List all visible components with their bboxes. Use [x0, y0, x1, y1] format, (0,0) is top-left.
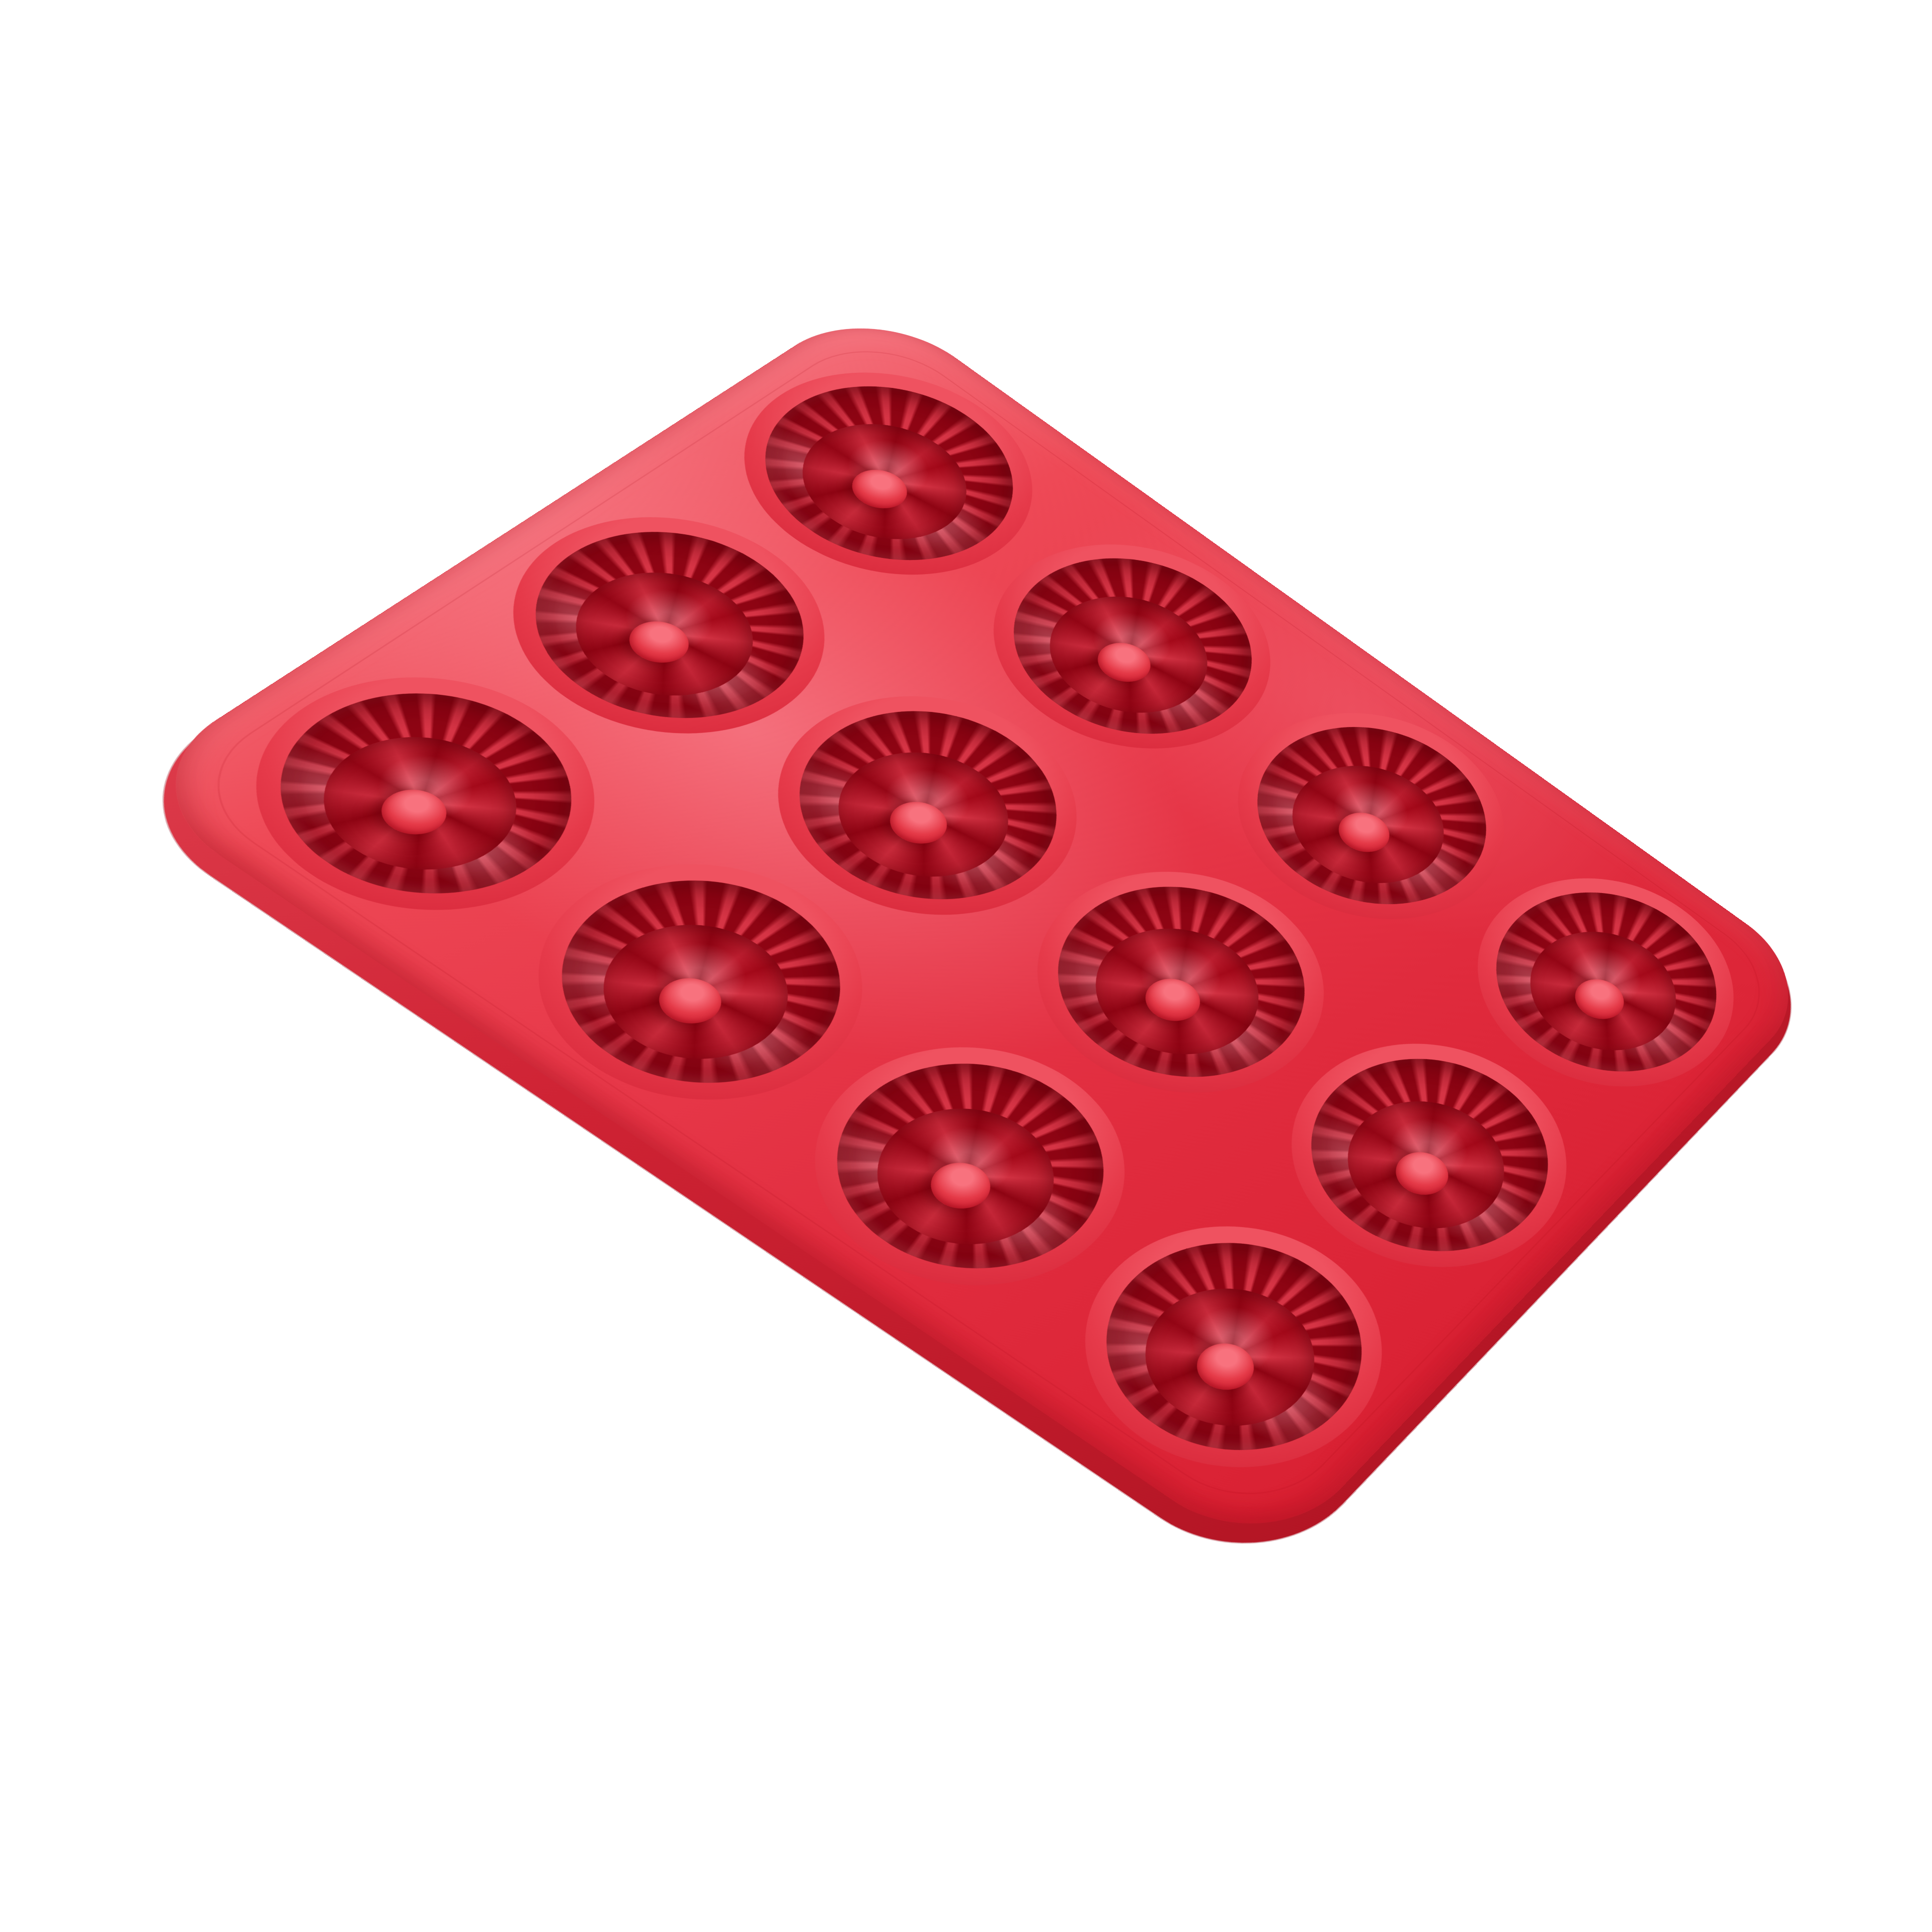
photo-stage: [0, 0, 1932, 1932]
